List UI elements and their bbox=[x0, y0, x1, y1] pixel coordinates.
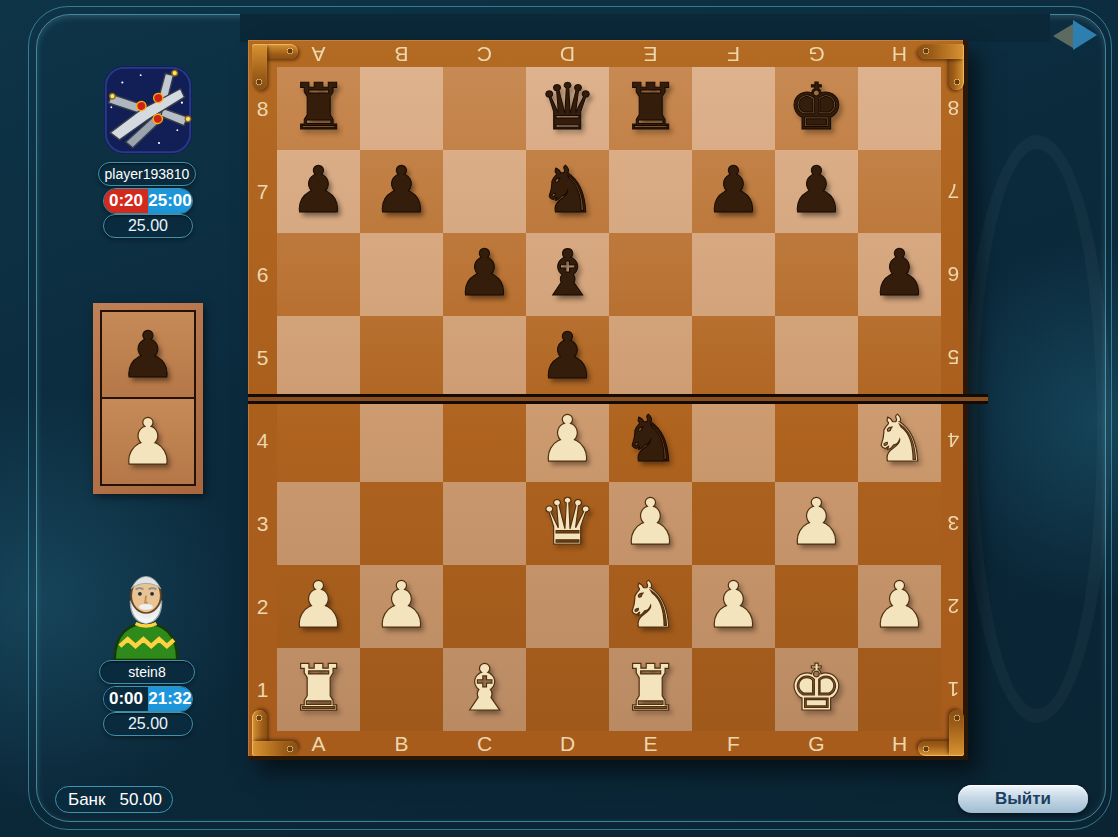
piece-black-N-d7[interactable]: ♞ bbox=[526, 150, 609, 233]
piece-white-P-b2[interactable]: ♟ bbox=[360, 565, 443, 648]
piece-black-Q-d8[interactable]: ♛ bbox=[526, 67, 609, 150]
corner-bracket-icon bbox=[252, 44, 298, 90]
square-e4[interactable]: ♞ bbox=[609, 399, 692, 482]
square-g3[interactable]: ♟ bbox=[775, 482, 858, 565]
square-c6[interactable]: ♟ bbox=[443, 233, 526, 316]
square-d6[interactable]: ♝ bbox=[526, 233, 609, 316]
square-c4[interactable] bbox=[443, 399, 526, 482]
piece-white-K-g1[interactable]: ♚ bbox=[775, 648, 858, 731]
square-f6[interactable] bbox=[692, 233, 775, 316]
piece-black-B-d6[interactable]: ♝ bbox=[526, 233, 609, 316]
file-label-bottom-f: F bbox=[692, 731, 775, 757]
piece-black-P-f7[interactable]: ♟ bbox=[692, 150, 775, 233]
square-f3[interactable] bbox=[692, 482, 775, 565]
piece-white-N-h4[interactable]: ♞ bbox=[858, 399, 941, 482]
square-g4[interactable] bbox=[775, 399, 858, 482]
bank-label: Банк bbox=[68, 790, 105, 810]
square-b1[interactable] bbox=[360, 648, 443, 731]
square-b7[interactable]: ♟ bbox=[360, 150, 443, 233]
square-a6[interactable] bbox=[277, 233, 360, 316]
piece-white-P-a2[interactable]: ♟ bbox=[277, 565, 360, 648]
piece-white-P-f2[interactable]: ♟ bbox=[692, 565, 775, 648]
square-b3[interactable] bbox=[360, 482, 443, 565]
square-e6[interactable] bbox=[609, 233, 692, 316]
square-h2[interactable]: ♟ bbox=[858, 565, 941, 648]
piece-black-P-d5[interactable]: ♟ bbox=[526, 316, 609, 399]
square-d7[interactable]: ♞ bbox=[526, 150, 609, 233]
corner-bracket-icon bbox=[252, 710, 298, 756]
square-d8[interactable]: ♛ bbox=[526, 67, 609, 150]
square-a7[interactable]: ♟ bbox=[277, 150, 360, 233]
square-b6[interactable] bbox=[360, 233, 443, 316]
board-fold-seam bbox=[248, 394, 988, 404]
piece-black-P-a7[interactable]: ♟ bbox=[277, 150, 360, 233]
file-label-bottom-g: G bbox=[775, 731, 858, 757]
avatar-top-player bbox=[104, 64, 192, 156]
file-label-top-c: C bbox=[443, 42, 526, 66]
square-e1[interactable]: ♜ bbox=[609, 648, 692, 731]
rank-label-right-7: 7 bbox=[940, 150, 967, 233]
square-f4[interactable] bbox=[692, 399, 775, 482]
avatar-bottom-player bbox=[104, 566, 188, 660]
bottom-player-name: stein8 bbox=[99, 660, 195, 684]
square-h4[interactable]: ♞ bbox=[858, 399, 941, 482]
top-player-stake-value: 25.00 bbox=[128, 217, 168, 235]
bottom-player-name-label: stein8 bbox=[128, 664, 165, 680]
spaceship-icon bbox=[104, 64, 192, 156]
tray-cell-1: ♟ bbox=[100, 397, 196, 486]
rank-label-right-5: 5 bbox=[940, 316, 967, 399]
square-d5[interactable]: ♟ bbox=[526, 316, 609, 399]
square-e2[interactable]: ♞ bbox=[609, 565, 692, 648]
rank-label-left-5: 5 bbox=[249, 316, 276, 399]
rank-label-right-4: 4 bbox=[940, 399, 967, 482]
square-c3[interactable] bbox=[443, 482, 526, 565]
file-label-top-b: B bbox=[360, 42, 443, 66]
square-f7[interactable]: ♟ bbox=[692, 150, 775, 233]
square-g5[interactable] bbox=[775, 316, 858, 399]
rank-label-left-6: 6 bbox=[249, 233, 276, 316]
square-h6[interactable]: ♟ bbox=[858, 233, 941, 316]
square-e5[interactable] bbox=[609, 316, 692, 399]
file-label-bottom-b: B bbox=[360, 731, 443, 757]
old-man-icon bbox=[104, 566, 188, 660]
square-e8[interactable]: ♜ bbox=[609, 67, 692, 150]
square-b2[interactable]: ♟ bbox=[360, 565, 443, 648]
square-f8[interactable] bbox=[692, 67, 775, 150]
tray-piece-white-P: ♟ bbox=[102, 410, 194, 474]
bottom-player-stake: 25.00 bbox=[103, 712, 193, 736]
piece-black-P-g7[interactable]: ♟ bbox=[775, 150, 858, 233]
square-b5[interactable] bbox=[360, 316, 443, 399]
square-d1[interactable] bbox=[526, 648, 609, 731]
file-label-top-e: E bbox=[609, 42, 692, 66]
square-c5[interactable] bbox=[443, 316, 526, 399]
piece-white-N-e2[interactable]: ♞ bbox=[609, 565, 692, 648]
square-g8[interactable]: ♚ bbox=[775, 67, 858, 150]
captured-pieces-tray: ♟♟ bbox=[93, 303, 203, 494]
file-label-top-g: G bbox=[775, 42, 858, 66]
file-label-bottom-d: D bbox=[526, 731, 609, 757]
top-player-game-timer: 25:00 bbox=[148, 189, 192, 213]
piece-black-P-c6[interactable]: ♟ bbox=[443, 233, 526, 316]
corner-bracket-icon bbox=[918, 710, 964, 756]
file-label-bottom-e: E bbox=[609, 731, 692, 757]
rank-label-right-6: 6 bbox=[940, 233, 967, 316]
piece-white-P-d4[interactable]: ♟ bbox=[526, 399, 609, 482]
piece-black-R-e8[interactable]: ♜ bbox=[609, 67, 692, 150]
piece-black-P-h6[interactable]: ♟ bbox=[858, 233, 941, 316]
bank-pill: Банк 50.00 bbox=[55, 786, 173, 813]
file-label-bottom-c: C bbox=[443, 731, 526, 757]
rank-label-left-3: 3 bbox=[249, 482, 276, 565]
square-f1[interactable] bbox=[692, 648, 775, 731]
rank-label-right-3: 3 bbox=[940, 482, 967, 565]
square-e7[interactable] bbox=[609, 150, 692, 233]
square-f5[interactable] bbox=[692, 316, 775, 399]
exit-button[interactable]: Выйти bbox=[958, 785, 1088, 813]
square-d3[interactable]: ♛ bbox=[526, 482, 609, 565]
file-label-top-d: D bbox=[526, 42, 609, 66]
square-a3[interactable] bbox=[277, 482, 360, 565]
square-c1[interactable]: ♝ bbox=[443, 648, 526, 731]
square-a5[interactable] bbox=[277, 316, 360, 399]
rank-label-left-7: 7 bbox=[249, 150, 276, 233]
square-f2[interactable]: ♟ bbox=[692, 565, 775, 648]
tray-piece-black-P: ♟ bbox=[102, 323, 194, 387]
square-g7[interactable]: ♟ bbox=[775, 150, 858, 233]
piece-white-B-c1[interactable]: ♝ bbox=[443, 648, 526, 731]
bottom-player-game-timer: 21:32 bbox=[148, 687, 192, 711]
corner-bracket-icon bbox=[918, 44, 964, 90]
top-player-name-label: player193810 bbox=[105, 166, 190, 182]
piece-white-Q-d3[interactable]: ♛ bbox=[526, 482, 609, 565]
piece-black-P-b7[interactable]: ♟ bbox=[360, 150, 443, 233]
tray-cell-0: ♟ bbox=[100, 310, 196, 399]
top-dark-band bbox=[240, 14, 1050, 42]
top-player-stake: 25.00 bbox=[103, 214, 193, 238]
piece-white-P-e3[interactable]: ♟ bbox=[609, 482, 692, 565]
bottom-player-timer: 0:00 21:32 bbox=[103, 686, 193, 712]
top-player-timer: 0:20 25:00 bbox=[103, 188, 193, 214]
top-player-name: player193810 bbox=[98, 162, 196, 186]
square-h5[interactable] bbox=[858, 316, 941, 399]
piece-white-P-h2[interactable]: ♟ bbox=[858, 565, 941, 648]
square-d4[interactable]: ♟ bbox=[526, 399, 609, 482]
square-c7[interactable] bbox=[443, 150, 526, 233]
rank-label-right-2: 2 bbox=[940, 565, 967, 648]
square-h3[interactable] bbox=[858, 482, 941, 565]
square-g2[interactable] bbox=[775, 565, 858, 648]
top-player-move-timer: 0:20 bbox=[104, 189, 148, 213]
square-h7[interactable] bbox=[858, 150, 941, 233]
square-d2[interactable] bbox=[526, 565, 609, 648]
piece-black-K-g8[interactable]: ♚ bbox=[775, 67, 858, 150]
square-c8[interactable] bbox=[443, 67, 526, 150]
chess-board[interactable]: ♜♛♜♚♟♟♞♟♟♟♝♟♟♟♞♞♛♟♟♟♟♞♟♟♜♝♜♚ AABBCCDDEEF… bbox=[248, 40, 968, 760]
bank-value: 50.00 bbox=[119, 790, 162, 810]
square-g6[interactable] bbox=[775, 233, 858, 316]
rank-label-left-2: 2 bbox=[249, 565, 276, 648]
square-g1[interactable]: ♚ bbox=[775, 648, 858, 731]
square-b4[interactable] bbox=[360, 399, 443, 482]
square-a2[interactable]: ♟ bbox=[277, 565, 360, 648]
bottom-player-move-timer: 0:00 bbox=[104, 687, 148, 711]
square-a4[interactable] bbox=[277, 399, 360, 482]
rank-label-left-4: 4 bbox=[249, 399, 276, 482]
square-c2[interactable] bbox=[443, 565, 526, 648]
square-b8[interactable] bbox=[360, 67, 443, 150]
piece-black-N-e4[interactable]: ♞ bbox=[609, 399, 692, 482]
piece-white-R-e1[interactable]: ♜ bbox=[609, 648, 692, 731]
piece-white-P-g3[interactable]: ♟ bbox=[775, 482, 858, 565]
square-e3[interactable]: ♟ bbox=[609, 482, 692, 565]
bottom-player-stake-value: 25.00 bbox=[128, 715, 168, 733]
file-label-top-f: F bbox=[692, 42, 775, 66]
